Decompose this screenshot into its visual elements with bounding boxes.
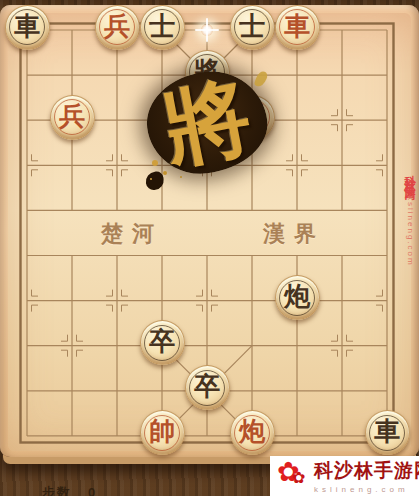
piece-glyph: 兵	[96, 5, 139, 48]
piece-glyph: 炮	[231, 410, 274, 453]
watermark-panel: ✿ ✿ 科沙林手游网 kslineng.com	[270, 456, 419, 496]
watermark-sitename: 科沙林手游网	[314, 458, 419, 484]
piece-glyph: 卒	[186, 365, 229, 408]
piece-black-車[interactable]: 車	[5, 5, 50, 50]
piece-black-士[interactable]: 士	[230, 5, 275, 50]
piece-glyph: 炮	[276, 275, 319, 318]
piece-glyph: 士	[141, 5, 184, 48]
step-counter: 步数0	[42, 484, 95, 496]
piece-black-卒[interactable]: 卒	[185, 365, 230, 410]
watermark-domain: kslineng.com	[314, 485, 419, 494]
piece-red-車[interactable]: 車	[275, 5, 320, 50]
piece-glyph: 車	[366, 410, 409, 453]
piece-glyph: 兵	[51, 95, 94, 138]
piece-red-兵[interactable]: 兵	[50, 95, 95, 140]
piece-glyph: 車	[6, 5, 49, 48]
piece-black-卒[interactable]: 卒	[140, 320, 185, 365]
piece-black-炮[interactable]: 炮	[275, 275, 320, 320]
side-watermark-domain: kslineng.com	[406, 196, 415, 267]
step-counter-value: 0	[88, 485, 95, 496]
side-watermark-sitename: 科沙林手游网	[404, 166, 416, 184]
step-counter-label: 步数	[42, 485, 72, 496]
river-label-right: 漢界	[256, 219, 332, 249]
flower-logo-icon: ✿ ✿	[277, 458, 311, 494]
ink-splash-decoration	[152, 160, 158, 166]
piece-red-炮[interactable]: 炮	[230, 410, 275, 455]
piece-glyph: 卒	[141, 320, 184, 363]
piece-red-帥[interactable]: 帥	[140, 410, 185, 455]
piece-glyph: 車	[276, 5, 319, 48]
side-watermark: 科沙林手游网 kslineng.com	[402, 166, 418, 267]
river-label-left: 楚河	[94, 219, 170, 249]
piece-red-兵[interactable]: 兵	[95, 5, 140, 50]
piece-glyph: 士	[231, 5, 274, 48]
piece-black-士[interactable]: 士	[140, 5, 185, 50]
last-move-glow	[201, 24, 213, 36]
check-banner-text: 將	[157, 72, 258, 173]
xiangqi-game-screen: 楚河 漢界 車兵士士車將兵馬炮卒卒帥炮車 將 科沙林手游网 kslineng.c…	[0, 0, 419, 496]
piece-glyph: 帥	[141, 410, 184, 453]
piece-black-車[interactable]: 車	[365, 410, 410, 455]
